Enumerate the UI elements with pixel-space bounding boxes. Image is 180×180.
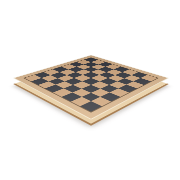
board-field [23,57,159,112]
product-photo [0,0,180,180]
chessboard [13,55,169,120]
